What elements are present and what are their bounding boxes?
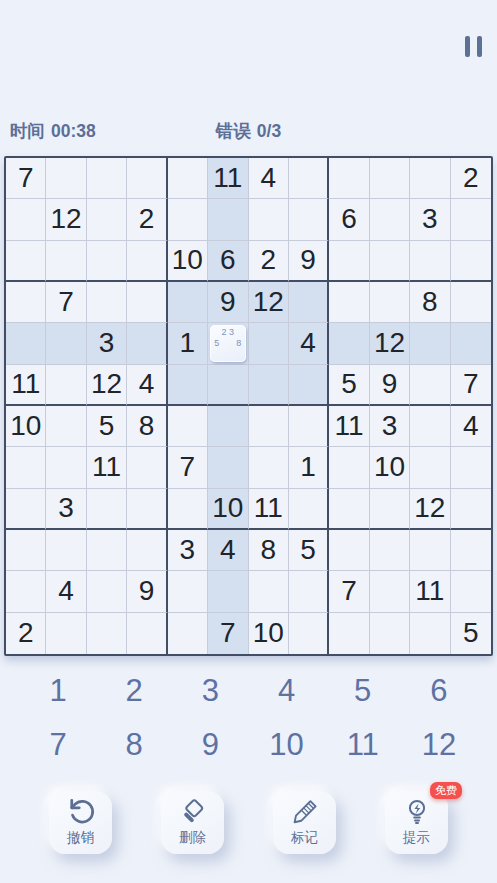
cell-r4c6[interactable]: 9 [208,282,248,323]
cell-value: 4 [300,329,316,357]
cell-r10c2[interactable] [46,530,86,571]
cell-value: 3 [58,494,74,522]
cell-value: 11 [415,577,444,605]
cell-value: 11 [11,370,40,398]
cell-r7c3[interactable]: 5 [87,406,127,447]
cell-r2c6[interactable] [208,199,248,240]
delete-button[interactable]: 删除 [161,791,224,854]
cell-value: 4 [220,536,236,564]
cell-r9c12[interactable] [451,489,491,530]
cell-r10c10[interactable] [370,530,410,571]
cell-r11c2[interactable]: 4 [46,571,86,612]
cell-value: 3 [180,536,196,564]
cell-value: 11 [335,412,364,440]
cell-value: 7 [220,619,236,647]
cell-r4c9[interactable] [329,282,369,323]
sudoku-board: 7114212263106297912831235841211124597105… [4,156,493,656]
hint-button[interactable]: 免费 提示 [385,791,448,854]
cell-value: 9 [139,577,155,605]
cell-value: 2 [463,164,479,192]
cell-value: 10 [253,619,284,647]
cell-r3c5[interactable]: 10 [168,241,208,282]
cell-r4c8[interactable] [289,282,329,323]
cell-r10c9[interactable] [329,530,369,571]
cell-value: 12 [91,370,122,398]
cell-r3c2[interactable] [46,241,86,282]
cell-r8c9[interactable] [329,447,369,488]
cell-r2c7[interactable] [249,199,289,240]
cell-r10c6[interactable]: 4 [208,530,248,571]
cell-r12c1[interactable]: 2 [6,613,46,654]
cell-r2c2[interactable]: 12 [46,199,86,240]
cell-r11c7[interactable] [249,571,289,612]
cell-value: 9 [300,246,316,274]
undo-icon [66,796,96,828]
cell-r12c2[interactable] [46,613,86,654]
cell-r4c7[interactable]: 12 [249,282,289,323]
cell-r2c11[interactable]: 3 [410,199,450,240]
cell-r6c8[interactable] [289,365,329,406]
cell-r5c3[interactable]: 3 [87,323,127,364]
numpad-6[interactable]: 6 [401,664,477,718]
cell-value: 4 [58,577,74,605]
cell-r3c6[interactable]: 6 [208,241,248,282]
cell-r9c5[interactable] [168,489,208,530]
cell-value: 2 [139,205,155,233]
cell-r1c5[interactable] [168,158,208,199]
cell-r3c10[interactable] [370,241,410,282]
cell-r9c8[interactable] [289,489,329,530]
cell-r5c9[interactable] [329,323,369,364]
cell-r2c10[interactable] [370,199,410,240]
cell-r5c10[interactable]: 12 [370,323,410,364]
cell-r1c12[interactable]: 2 [451,158,491,199]
cell-r4c4[interactable] [127,282,167,323]
cell-r11c8[interactable] [289,571,329,612]
cell-r12c11[interactable] [410,613,450,654]
cell-r3c3[interactable] [87,241,127,282]
delete-label: 删除 [179,829,206,847]
cell-r3c9[interactable] [329,241,369,282]
cell-r12c6[interactable]: 7 [208,613,248,654]
cell-r12c4[interactable] [127,613,167,654]
cell-r9c3[interactable] [87,489,127,530]
cell-r7c9[interactable]: 11 [329,406,369,447]
cell-r8c8[interactable]: 1 [289,447,329,488]
cell-r1c6[interactable]: 11 [208,158,248,199]
cell-r7c2[interactable] [46,406,86,447]
numpad-9[interactable]: 9 [172,718,248,772]
cell-r11c11[interactable]: 11 [410,571,450,612]
cell-r8c1[interactable] [6,447,46,488]
free-badge: 免费 [430,782,462,799]
cell-r8c7[interactable] [249,447,289,488]
cell-r7c12[interactable]: 4 [451,406,491,447]
error-label: 错误 [216,121,251,141]
cell-r8c11[interactable] [410,447,450,488]
cell-r5c11[interactable] [410,323,450,364]
cell-value: 3 [382,412,398,440]
cell-r4c5[interactable] [168,282,208,323]
cell-r2c5[interactable] [168,199,208,240]
cell-value: 2 [18,619,34,647]
cell-r9c7[interactable]: 11 [249,489,289,530]
undo-label: 撤销 [67,829,94,847]
cell-r4c1[interactable] [6,282,46,323]
cell-r4c3[interactable] [87,282,127,323]
cell-r11c10[interactable] [370,571,410,612]
cell-r9c4[interactable] [127,489,167,530]
cell-r12c5[interactable] [168,613,208,654]
timer: 时间00:38 [10,119,96,143]
cell-r8c3[interactable]: 11 [87,447,127,488]
cell-r5c2[interactable] [46,323,86,364]
cell-value: 5 [300,536,316,564]
cell-r3c4[interactable] [127,241,167,282]
cell-r11c5[interactable] [168,571,208,612]
numpad-3[interactable]: 3 [172,664,248,718]
cell-r1c11[interactable] [410,158,450,199]
cell-r6c12[interactable]: 7 [451,365,491,406]
cell-r3c8[interactable]: 9 [289,241,329,282]
number-pad: 1 2 3 4 5 6 7 8 9 10 11 12 [0,664,497,772]
cell-value: 8 [260,536,276,564]
status-bar: 时间00:38 错误0/3 [0,119,497,141]
cell-r9c10[interactable] [370,489,410,530]
cell-r10c7[interactable]: 8 [249,530,289,571]
cell-value: 8 [139,412,155,440]
cell-r1c3[interactable] [87,158,127,199]
cell-r2c4[interactable]: 2 [127,199,167,240]
numpad-1[interactable]: 1 [20,664,96,718]
numpad-10[interactable]: 10 [248,718,324,772]
cell-value: 10 [172,246,203,274]
cell-r2c8[interactable] [289,199,329,240]
cell-value: 7 [58,288,74,316]
numpad-7[interactable]: 7 [20,718,96,772]
cell-value: 6 [220,246,236,274]
selected-cell[interactable]: 2358 [208,323,248,364]
cell-r3c11[interactable] [410,241,450,282]
cell-r11c9[interactable]: 7 [329,571,369,612]
cell-r12c9[interactable] [329,613,369,654]
cell-r1c7[interactable]: 4 [249,158,289,199]
cell-value: 12 [374,329,405,357]
cell-value: 5 [463,619,479,647]
pause-button[interactable] [465,36,482,57]
cell-r3c12[interactable] [451,241,491,282]
cell-r4c10[interactable] [370,282,410,323]
cell-r3c7[interactable]: 2 [249,241,289,282]
bulb-icon [402,796,432,828]
cell-value: 11 [92,453,121,481]
cell-r6c7[interactable] [249,365,289,406]
cell-value: 5 [341,370,357,398]
cell-r12c3[interactable] [87,613,127,654]
cell-r6c2[interactable] [46,365,86,406]
cell-r8c4[interactable] [127,447,167,488]
cell-r5c7[interactable] [249,323,289,364]
cell-r7c5[interactable] [168,406,208,447]
cell-value: 11 [254,494,283,522]
cell-value: 7 [18,164,34,192]
cell-r8c6[interactable] [208,447,248,488]
cell-value: 7 [463,370,479,398]
mark-label: 标记 [291,829,318,847]
cell-r9c9[interactable] [329,489,369,530]
cell-value: 9 [220,288,236,316]
cell-value: 12 [414,494,445,522]
cell-r5c8[interactable]: 4 [289,323,329,364]
numpad-4[interactable]: 4 [248,664,324,718]
cell-value: 1 [300,453,316,481]
cell-r12c10[interactable] [370,613,410,654]
cell-r6c6[interactable] [208,365,248,406]
cell-value: 10 [374,453,405,481]
cell-value: 3 [99,329,115,357]
cell-r1c8[interactable] [289,158,329,199]
cell-r9c11[interactable]: 12 [410,489,450,530]
cell-r5c4[interactable] [127,323,167,364]
cell-r6c3[interactable]: 12 [87,365,127,406]
error-counter: 错误0/3 [216,119,281,143]
cell-r11c12[interactable] [451,571,491,612]
cell-r4c12[interactable] [451,282,491,323]
cell-r7c11[interactable] [410,406,450,447]
hint-label: 提示 [403,829,430,847]
cell-r11c3[interactable] [87,571,127,612]
cell-r8c5[interactable]: 7 [168,447,208,488]
cell-r11c1[interactable] [6,571,46,612]
toolbar: 撤销 删除 标记 免费 [0,791,497,854]
cell-r3c1[interactable] [6,241,46,282]
numpad-2[interactable]: 2 [96,664,172,718]
cell-value: 4 [139,370,155,398]
cell-r6c5[interactable] [168,365,208,406]
numpad-8[interactable]: 8 [96,718,172,772]
cell-r10c3[interactable] [87,530,127,571]
cell-r1c9[interactable] [329,158,369,199]
cell-r9c1[interactable] [6,489,46,530]
cell-value: 3 [422,205,438,233]
cell-value: 7 [180,453,196,481]
cell-r2c1[interactable] [6,199,46,240]
cell-r2c3[interactable] [87,199,127,240]
undo-button[interactable]: 撤销 [49,791,112,854]
cell-value: 5 [99,412,115,440]
cell-r8c10[interactable]: 10 [370,447,410,488]
cell-value: 4 [463,412,479,440]
cell-r7c10[interactable]: 3 [370,406,410,447]
cell-r6c11[interactable] [410,365,450,406]
cell-r11c6[interactable] [208,571,248,612]
cell-r6c10[interactable]: 9 [370,365,410,406]
cell-r7c8[interactable] [289,406,329,447]
cell-r6c9[interactable]: 5 [329,365,369,406]
cell-value: 10 [10,412,41,440]
cell-value: 1 [180,329,196,357]
cell-r11c4[interactable]: 9 [127,571,167,612]
cell-r10c1[interactable] [6,530,46,571]
cell-r9c6[interactable]: 10 [208,489,248,530]
cell-r8c2[interactable] [46,447,86,488]
pencil-notes: 2358 [210,325,245,361]
cell-value: 2 [260,246,276,274]
cell-r9c2[interactable]: 3 [46,489,86,530]
cell-r10c5[interactable]: 3 [168,530,208,571]
cell-r7c1[interactable]: 10 [6,406,46,447]
cell-r1c1[interactable]: 7 [6,158,46,199]
cell-r5c5[interactable]: 1 [168,323,208,364]
cell-r10c4[interactable] [127,530,167,571]
cell-r5c1[interactable] [6,323,46,364]
cell-value: 11 [213,164,242,192]
cell-value: 12 [253,288,284,316]
cell-r6c4[interactable]: 4 [127,365,167,406]
cell-r6c1[interactable]: 11 [6,365,46,406]
pencil-icon [290,796,320,828]
cell-r4c11[interactable]: 8 [410,282,450,323]
cell-r1c2[interactable] [46,158,86,199]
cell-r2c12[interactable] [451,199,491,240]
eraser-icon [178,796,208,828]
error-value: 0/3 [257,121,281,141]
cell-r7c4[interactable]: 8 [127,406,167,447]
cell-value: 8 [422,288,438,316]
cell-value: 12 [51,205,82,233]
pause-icon [465,36,470,57]
cell-r8c12[interactable] [451,447,491,488]
cell-r7c7[interactable] [249,406,289,447]
numpad-5[interactable]: 5 [325,664,401,718]
cell-r12c7[interactable]: 10 [249,613,289,654]
numpad-11[interactable]: 11 [325,718,401,772]
cell-value: 10 [212,494,243,522]
cell-value: 6 [341,205,357,233]
cell-r4c2[interactable]: 7 [46,282,86,323]
numpad-12[interactable]: 12 [401,718,477,772]
cell-r10c11[interactable] [410,530,450,571]
timer-value: 00:38 [51,121,96,141]
cell-r5c12[interactable] [451,323,491,364]
timer-label: 时间 [10,121,45,141]
pause-icon [477,36,482,57]
cell-r7c6[interactable] [208,406,248,447]
mark-button[interactable]: 标记 [273,791,336,854]
cell-r1c10[interactable] [370,158,410,199]
cell-r12c8[interactable] [289,613,329,654]
cell-r12c12[interactable]: 5 [451,613,491,654]
cell-value: 9 [382,370,398,398]
cell-r2c9[interactable]: 6 [329,199,369,240]
cell-value: 4 [260,164,276,192]
cell-r10c8[interactable]: 5 [289,530,329,571]
cell-r1c4[interactable] [127,158,167,199]
cell-value: 7 [341,577,357,605]
cell-r10c12[interactable] [451,530,491,571]
